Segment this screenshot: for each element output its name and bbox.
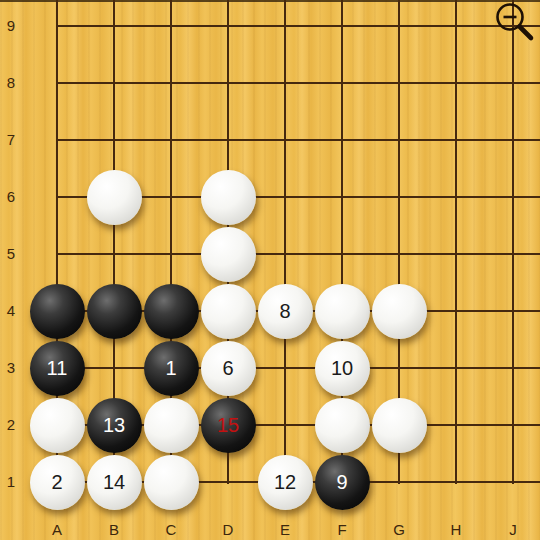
stone-black-A4[interactable] [30, 284, 85, 339]
intersection-E8[interactable] [265, 63, 305, 103]
intersection-E5[interactable] [265, 234, 305, 274]
intersection-J7[interactable] [493, 120, 533, 160]
stone-white-A1[interactable]: 2 [30, 455, 85, 510]
intersection-J5[interactable] [493, 234, 533, 274]
intersection-A7[interactable] [37, 120, 77, 160]
stone-white-C1[interactable] [144, 455, 199, 510]
magnifier-minus-icon [490, 0, 538, 45]
intersection-H6[interactable] [436, 177, 476, 217]
row-label-1: 1 [1, 473, 21, 491]
intersection-F6[interactable] [322, 177, 362, 217]
row-label-2: 2 [1, 416, 21, 434]
move-number: 12 [274, 472, 296, 492]
row-label-6: 6 [1, 188, 21, 206]
intersection-G8[interactable] [379, 63, 419, 103]
stone-white-F2[interactable] [315, 398, 370, 453]
intersection-A6[interactable] [37, 177, 77, 217]
stone-white-B1[interactable]: 14 [87, 455, 142, 510]
stone-white-F3[interactable]: 10 [315, 341, 370, 396]
move-number: 15 [217, 415, 239, 435]
stone-black-B2[interactable]: 13 [87, 398, 142, 453]
row-label-7: 7 [1, 131, 21, 149]
zoom-out-button[interactable] [490, 0, 538, 45]
intersection-G7[interactable] [379, 120, 419, 160]
intersection-J8[interactable] [493, 63, 533, 103]
stone-black-B4[interactable] [87, 284, 142, 339]
move-number: 14 [103, 472, 125, 492]
col-label-C: C [160, 521, 182, 539]
intersection-C6[interactable] [151, 177, 191, 217]
intersection-F9[interactable] [322, 6, 362, 46]
stone-black-F1[interactable]: 9 [315, 455, 370, 510]
intersection-E6[interactable] [265, 177, 305, 217]
col-label-E: E [274, 521, 296, 539]
intersection-G6[interactable] [379, 177, 419, 217]
intersection-A8[interactable] [37, 63, 77, 103]
stone-black-C3[interactable]: 1 [144, 341, 199, 396]
col-label-A: A [46, 521, 68, 539]
col-label-J: J [502, 521, 524, 539]
stone-black-D2-last-move[interactable]: 15 [201, 398, 256, 453]
stone-white-D6[interactable] [201, 170, 256, 225]
row-label-8: 8 [1, 74, 21, 92]
col-label-G: G [388, 521, 410, 539]
intersection-E2[interactable] [265, 405, 305, 445]
intersection-H3[interactable] [436, 348, 476, 388]
move-number: 8 [279, 301, 290, 321]
intersection-D8[interactable] [208, 63, 248, 103]
intersection-H7[interactable] [436, 120, 476, 160]
move-number: 10 [331, 358, 353, 378]
row-label-3: 3 [1, 359, 21, 377]
intersection-C7[interactable] [151, 120, 191, 160]
stone-white-G4[interactable] [372, 284, 427, 339]
intersection-H1[interactable] [436, 462, 476, 502]
move-number: 2 [51, 472, 62, 492]
intersection-A9[interactable] [37, 6, 77, 46]
stone-white-A2[interactable] [30, 398, 85, 453]
intersection-D1[interactable] [208, 462, 248, 502]
intersection-C5[interactable] [151, 234, 191, 274]
intersection-E3[interactable] [265, 348, 305, 388]
intersection-F7[interactable] [322, 120, 362, 160]
intersection-B5[interactable] [94, 234, 134, 274]
row-label-4: 4 [1, 302, 21, 320]
intersection-G1[interactable] [379, 462, 419, 502]
stone-white-D3[interactable]: 6 [201, 341, 256, 396]
move-number: 1 [165, 358, 176, 378]
row-label-9: 9 [1, 17, 21, 35]
intersection-F8[interactable] [322, 63, 362, 103]
row-label-5: 5 [1, 245, 21, 263]
intersection-G5[interactable] [379, 234, 419, 274]
intersection-C8[interactable] [151, 63, 191, 103]
col-label-D: D [217, 521, 239, 539]
intersection-F5[interactable] [322, 234, 362, 274]
stone-white-G2[interactable] [372, 398, 427, 453]
intersection-E9[interactable] [265, 6, 305, 46]
intersection-B9[interactable] [94, 6, 134, 46]
intersection-B8[interactable] [94, 63, 134, 103]
intersection-J4[interactable] [493, 291, 533, 331]
intersection-G9[interactable] [379, 6, 419, 46]
intersection-J6[interactable] [493, 177, 533, 217]
intersection-H5[interactable] [436, 234, 476, 274]
intersection-G3[interactable] [379, 348, 419, 388]
intersection-B3[interactable] [94, 348, 134, 388]
intersection-C9[interactable] [151, 6, 191, 46]
intersection-A5[interactable] [37, 234, 77, 274]
move-number: 9 [336, 472, 347, 492]
stone-black-C4[interactable] [144, 284, 199, 339]
stone-white-E1[interactable]: 12 [258, 455, 313, 510]
col-label-H: H [445, 521, 467, 539]
intersection-D7[interactable] [208, 120, 248, 160]
intersection-J2[interactable] [493, 405, 533, 445]
stone-white-F4[interactable] [315, 284, 370, 339]
top-edge-line [0, 0, 540, 2]
intersection-H2[interactable] [436, 405, 476, 445]
intersection-J3[interactable] [493, 348, 533, 388]
move-number: 6 [222, 358, 233, 378]
stone-white-D5[interactable] [201, 227, 256, 282]
intersection-B7[interactable] [94, 120, 134, 160]
stone-white-E4[interactable]: 8 [258, 284, 313, 339]
intersection-H4[interactable] [436, 291, 476, 331]
col-label-B: B [103, 521, 125, 539]
stone-white-D4[interactable] [201, 284, 256, 339]
intersection-H9[interactable] [436, 6, 476, 46]
stone-black-A3[interactable]: 11 [30, 341, 85, 396]
col-label-F: F [331, 521, 353, 539]
move-number: 13 [103, 415, 125, 435]
stone-white-B6[interactable] [87, 170, 142, 225]
stone-white-C2[interactable] [144, 398, 199, 453]
intersection-E7[interactable] [265, 120, 305, 160]
intersection-H8[interactable] [436, 63, 476, 103]
intersection-J1[interactable] [493, 462, 533, 502]
go-board-app: 987654321ABCDEFGHJ 81116101315214129 [0, 0, 540, 540]
intersection-D9[interactable] [208, 6, 248, 46]
move-number: 11 [47, 358, 68, 378]
